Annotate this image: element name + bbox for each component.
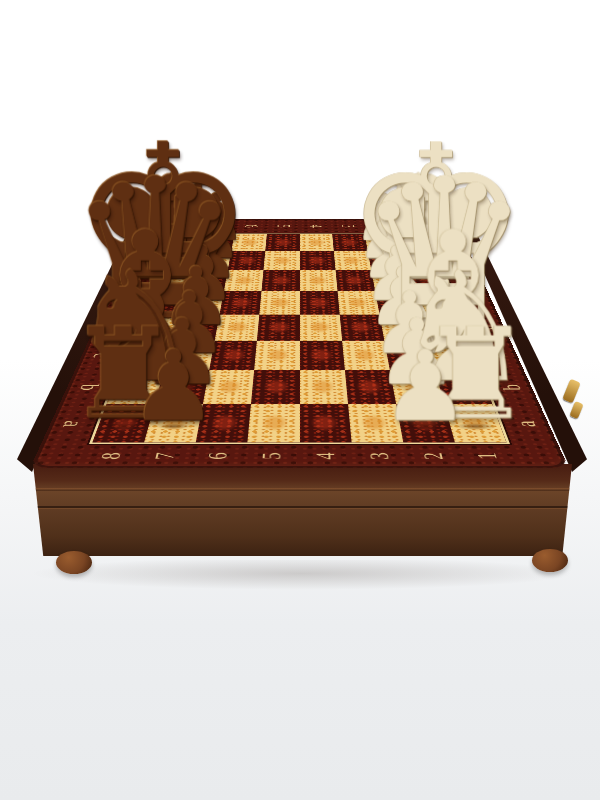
square-f7[interactable]	[186, 270, 228, 291]
file-label-right-h: h	[438, 240, 460, 243]
square-f2[interactable]	[371, 270, 413, 291]
square-a6[interactable]	[196, 404, 251, 443]
rank-labels-near: 87654321	[80, 444, 519, 468]
square-f1[interactable]	[407, 270, 451, 291]
square-h8[interactable]	[163, 234, 202, 251]
square-g4[interactable]	[300, 251, 336, 270]
rank-label-near-6: 6	[203, 452, 234, 459]
square-a7[interactable]	[144, 404, 203, 443]
square-d6[interactable]	[215, 314, 260, 340]
square-h2[interactable]	[364, 234, 401, 251]
file-label-left-e: e	[111, 300, 137, 304]
file-label-left-a: a	[56, 421, 90, 427]
square-e4[interactable]	[300, 291, 340, 314]
rank-label-far-5: 5	[272, 225, 294, 228]
square-g2[interactable]	[368, 251, 407, 270]
rank-label-near-7: 7	[149, 452, 181, 459]
square-h5[interactable]	[265, 234, 299, 251]
square-h3[interactable]	[332, 234, 368, 251]
square-h6[interactable]	[231, 234, 267, 251]
file-label-left-c: c	[87, 353, 116, 358]
rank-label-far-7: 7	[208, 225, 230, 228]
rank-label-far-6: 6	[240, 225, 262, 228]
square-b4[interactable]	[300, 370, 348, 404]
square-b6[interactable]	[203, 370, 254, 404]
square-e6[interactable]	[220, 291, 262, 314]
square-f6[interactable]	[224, 270, 264, 291]
rank-label-near-8: 8	[95, 452, 128, 459]
square-e2[interactable]	[375, 291, 419, 314]
file-label-right-c: c	[482, 353, 511, 358]
square-c5[interactable]	[254, 341, 299, 371]
square-c3[interactable]	[342, 341, 390, 371]
square-d4[interactable]	[300, 314, 342, 340]
box-foot-right	[532, 549, 568, 572]
square-f3[interactable]	[335, 270, 375, 291]
box-front-face	[33, 464, 572, 556]
square-h7[interactable]	[197, 234, 234, 251]
file-label-right-a: a	[509, 421, 543, 427]
rank-label-far-3: 3	[337, 225, 359, 228]
file-label-right-g: g	[445, 258, 468, 261]
square-e8[interactable]	[140, 291, 186, 314]
square-f8[interactable]	[149, 270, 193, 291]
square-c6[interactable]	[209, 341, 257, 371]
square-e5[interactable]	[260, 291, 300, 314]
square-g5[interactable]	[264, 251, 300, 270]
square-g3[interactable]	[334, 251, 372, 270]
square-g1[interactable]	[402, 251, 443, 270]
square-a4[interactable]	[300, 404, 352, 443]
square-h4[interactable]	[300, 234, 334, 251]
file-label-right-d: d	[471, 325, 499, 330]
square-d7[interactable]	[173, 314, 220, 340]
chess-board: 87654321 87654321 hgfedcba hgfedcba ♜♞♝♛…	[30, 219, 569, 468]
square-g8[interactable]	[156, 251, 197, 270]
rank-label-far-4: 4	[305, 225, 327, 228]
rank-label-near-2: 2	[418, 452, 450, 459]
rank-label-near-4: 4	[311, 452, 342, 459]
file-label-left-d: d	[100, 325, 128, 330]
file-label-right-b: b	[494, 384, 526, 390]
square-c7[interactable]	[164, 341, 215, 371]
rank-label-near-5: 5	[257, 452, 288, 459]
square-b3[interactable]	[345, 370, 396, 404]
rank-label-far-1: 1	[401, 225, 424, 228]
square-f4[interactable]	[300, 270, 338, 291]
square-d3[interactable]	[339, 314, 384, 340]
file-label-left-f: f	[122, 279, 146, 282]
box-foot-left	[56, 551, 92, 574]
square-f5[interactable]	[262, 270, 300, 291]
file-label-left-b: b	[73, 384, 105, 390]
photo-scene: 87654321 87654321 hgfedcba hgfedcba ♜♞♝♛…	[0, 0, 600, 800]
square-g7[interactable]	[192, 251, 231, 270]
file-label-right-f: f	[453, 279, 477, 282]
square-e7[interactable]	[180, 291, 224, 314]
file-label-right-e: e	[462, 300, 488, 304]
rank-label-far-2: 2	[369, 225, 391, 228]
square-g6[interactable]	[228, 251, 266, 270]
square-b5[interactable]	[251, 370, 299, 404]
square-a5[interactable]	[248, 404, 300, 443]
ground-shadow	[28, 560, 576, 590]
square-d5[interactable]	[257, 314, 299, 340]
brass-clasp-icon	[562, 379, 580, 404]
board-field: ♜♞♝♛♚♝♞♜♟♟♟♟♟♟♟♟♟♟♟♟♟♟♟♟♜♞♝♛♚♝♞♜	[89, 234, 510, 444]
square-a3[interactable]	[348, 404, 403, 443]
rank-label-near-3: 3	[365, 452, 396, 459]
rank-label-near-1: 1	[471, 452, 504, 459]
square-h1[interactable]	[397, 234, 436, 251]
square-c4[interactable]	[300, 341, 345, 371]
square-e3[interactable]	[337, 291, 379, 314]
file-label-left-h: h	[138, 240, 160, 243]
square-b7[interactable]	[155, 370, 209, 404]
file-label-left-g: g	[130, 258, 153, 261]
rank-label-far-8: 8	[176, 225, 199, 228]
brass-clasp-icon	[569, 401, 583, 419]
